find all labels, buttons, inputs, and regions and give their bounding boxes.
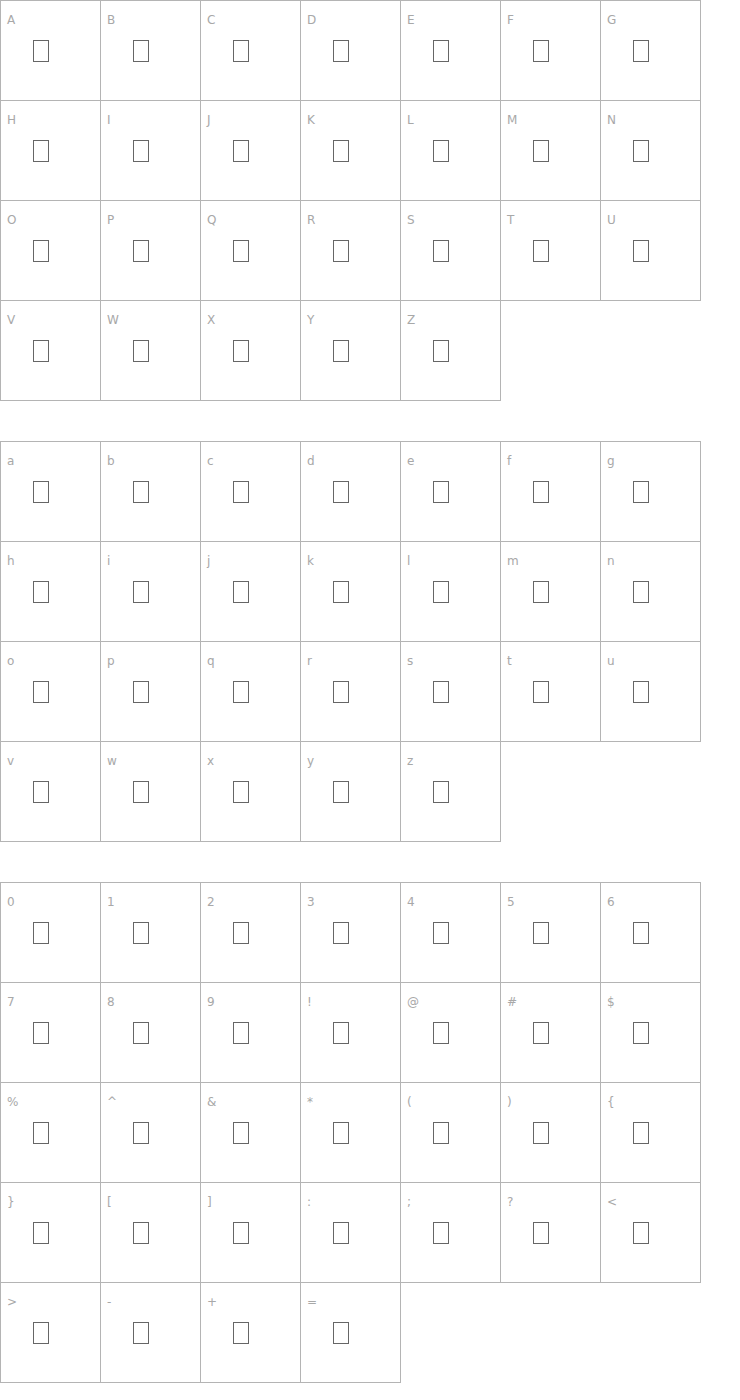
char-label: 8 [107, 995, 115, 1009]
char-label: t [507, 654, 512, 668]
glyph-cell: b [101, 442, 201, 542]
missing-glyph-box [633, 581, 649, 603]
char-label: @ [407, 995, 419, 1009]
glyph-cell: u [601, 642, 701, 742]
char-label: $ [607, 995, 615, 1009]
glyph-row: opqrstu [1, 642, 701, 742]
char-label: * [307, 1095, 313, 1109]
missing-glyph-box [333, 40, 349, 62]
missing-glyph-box [133, 1222, 149, 1244]
char-label: > [7, 1295, 17, 1309]
glyph-cell: e [401, 442, 501, 542]
glyph-row: hijklmn [1, 542, 701, 642]
char-label: q [207, 654, 215, 668]
glyph-cell: X [201, 301, 301, 401]
char-label: l [407, 554, 410, 568]
char-label: Y [307, 313, 314, 327]
glyph-cell: l [401, 542, 501, 642]
char-label: 1 [107, 895, 115, 909]
glyph-cell: j [201, 542, 301, 642]
char-label: ( [407, 1095, 412, 1109]
char-label: X [207, 313, 215, 327]
char-label: ) [507, 1095, 512, 1109]
char-label: + [207, 1295, 217, 1309]
char-label: A [7, 13, 15, 27]
glyph-row: 0123456 [1, 883, 701, 983]
glyph-cell: N [601, 101, 701, 201]
glyph-row: vwxyz [1, 742, 701, 842]
glyph-cell: P [101, 201, 201, 301]
missing-glyph-box [133, 1322, 149, 1344]
glyph-cell: # [501, 983, 601, 1083]
char-label: Z [407, 313, 415, 327]
missing-glyph-box [333, 922, 349, 944]
glyph-cell: - [101, 1283, 201, 1383]
missing-glyph-box [233, 781, 249, 803]
glyph-row: 789!@#$ [1, 983, 701, 1083]
missing-glyph-box [333, 681, 349, 703]
missing-glyph-box [433, 581, 449, 603]
missing-glyph-box [33, 140, 49, 162]
glyph-cell: V [1, 301, 101, 401]
glyph-cell: h [1, 542, 101, 642]
char-label: ? [507, 1195, 513, 1209]
char-label: j [207, 554, 210, 568]
glyph-cell: $ [601, 983, 701, 1083]
glyph-cell: g [601, 442, 701, 542]
char-label: 6 [607, 895, 615, 909]
char-label: d [307, 454, 315, 468]
glyph-cell: G [601, 1, 701, 101]
missing-glyph-box [233, 581, 249, 603]
glyph-cell: B [101, 1, 201, 101]
char-label: C [207, 13, 215, 27]
glyph-cell: D [301, 1, 401, 101]
missing-glyph-box [33, 581, 49, 603]
char-label: U [607, 213, 616, 227]
char-label: L [407, 113, 414, 127]
missing-glyph-box [633, 140, 649, 162]
char-label: f [507, 454, 511, 468]
missing-glyph-box [133, 1022, 149, 1044]
glyph-cell: H [1, 101, 101, 201]
glyph-cell: s [401, 642, 501, 742]
char-label: y [307, 754, 314, 768]
char-label: Q [207, 213, 216, 227]
missing-glyph-box [633, 681, 649, 703]
missing-glyph-box [333, 1122, 349, 1144]
glyph-cell: a [1, 442, 101, 542]
glyph-row: OPQRSTU [1, 201, 701, 301]
missing-glyph-box [333, 1222, 349, 1244]
char-label: b [107, 454, 115, 468]
glyph-cell: 4 [401, 883, 501, 983]
missing-glyph-box [633, 1122, 649, 1144]
glyph-cell: W [101, 301, 201, 401]
char-label: O [7, 213, 16, 227]
missing-glyph-box [633, 1022, 649, 1044]
char-label: x [207, 754, 214, 768]
char-label: i [107, 554, 110, 568]
char-label: M [507, 113, 517, 127]
glyph-cell: ? [501, 1183, 601, 1283]
missing-glyph-box [633, 481, 649, 503]
glyph-cell: % [1, 1083, 101, 1183]
glyph-cell: 9 [201, 983, 301, 1083]
missing-glyph-box [433, 922, 449, 944]
char-label: I [107, 113, 111, 127]
char-label: ] [207, 1195, 212, 1209]
char-label: s [407, 654, 413, 668]
missing-glyph-box [233, 681, 249, 703]
glyph-cell: = [301, 1283, 401, 1383]
glyph-row: HIJKLMN [1, 101, 701, 201]
missing-glyph-box [433, 481, 449, 503]
glyph-cell: 3 [301, 883, 401, 983]
glyph-cell: 0 [1, 883, 101, 983]
glyph-cell: n [601, 542, 701, 642]
glyph-table-uppercase: ABCDEFGHIJKLMNOPQRSTUVWXYZ [0, 0, 701, 401]
glyph-cell: A [1, 1, 101, 101]
char-label: 4 [407, 895, 415, 909]
glyph-cell: C [201, 1, 301, 101]
missing-glyph-box [533, 481, 549, 503]
glyph-cell: * [301, 1083, 401, 1183]
char-label: = [307, 1295, 317, 1309]
missing-glyph-box [33, 922, 49, 944]
char-label: 9 [207, 995, 215, 1009]
missing-glyph-box [33, 681, 49, 703]
glyph-cell: { [601, 1083, 701, 1183]
glyph-cell: r [301, 642, 401, 742]
char-label: S [407, 213, 415, 227]
char-label: T [507, 213, 514, 227]
missing-glyph-box [233, 1022, 249, 1044]
char-label: 0 [7, 895, 15, 909]
char-label: V [7, 313, 15, 327]
char-label: & [207, 1095, 216, 1109]
missing-glyph-box [533, 1222, 549, 1244]
glyph-cell: i [101, 542, 201, 642]
missing-glyph-box [133, 681, 149, 703]
glyph-cell: c [201, 442, 301, 542]
char-label: o [7, 654, 14, 668]
char-label: B [107, 13, 115, 27]
glyph-cell: 2 [201, 883, 301, 983]
glyph-cell: v [1, 742, 101, 842]
missing-glyph-box [433, 681, 449, 703]
missing-glyph-box [133, 240, 149, 262]
char-label: : [307, 1195, 311, 1209]
missing-glyph-box [233, 240, 249, 262]
missing-glyph-box [433, 1122, 449, 1144]
missing-glyph-box [633, 240, 649, 262]
glyph-cell: y [301, 742, 401, 842]
glyph-cell: 8 [101, 983, 201, 1083]
missing-glyph-box [333, 240, 349, 262]
char-label: ! [307, 995, 312, 1009]
missing-glyph-box [333, 1322, 349, 1344]
missing-glyph-box [133, 340, 149, 362]
glyph-cell: E [401, 1, 501, 101]
glyph-row: %^&*(){ [1, 1083, 701, 1183]
missing-glyph-box [133, 481, 149, 503]
char-label: E [407, 13, 415, 27]
char-label: K [307, 113, 315, 127]
glyph-cell: 7 [1, 983, 101, 1083]
missing-glyph-box [533, 140, 549, 162]
glyph-cell: K [301, 101, 401, 201]
missing-glyph-box [33, 481, 49, 503]
missing-glyph-box [133, 781, 149, 803]
glyph-cell: ; [401, 1183, 501, 1283]
missing-glyph-box [233, 922, 249, 944]
glyph-cell: q [201, 642, 301, 742]
glyph-cell: ( [401, 1083, 501, 1183]
missing-glyph-box [433, 40, 449, 62]
char-label: D [307, 13, 316, 27]
glyph-cell: Z [401, 301, 501, 401]
glyph-cell: Q [201, 201, 301, 301]
glyph-cell: : [301, 1183, 401, 1283]
glyph-cell: T [501, 201, 601, 301]
glyph-cell: O [1, 201, 101, 301]
character-map: ABCDEFGHIJKLMNOPQRSTUVWXYZabcdefghijklmn… [0, 0, 701, 1383]
missing-glyph-box [133, 40, 149, 62]
glyph-cell: > [1, 1283, 101, 1383]
glyph-cell: J [201, 101, 301, 201]
glyph-cell: } [1, 1183, 101, 1283]
char-label: c [207, 454, 214, 468]
glyph-cell: m [501, 542, 601, 642]
glyph-table-lowercase: abcdefghijklmnopqrstuvwxyz [0, 441, 701, 842]
glyph-row: VWXYZ [1, 301, 701, 401]
char-label: v [7, 754, 14, 768]
glyph-cell: U [601, 201, 701, 301]
glyph-cell: I [101, 101, 201, 201]
missing-glyph-box [533, 240, 549, 262]
glyph-cell: ^ [101, 1083, 201, 1183]
missing-glyph-box [433, 340, 449, 362]
glyph-cell: Y [301, 301, 401, 401]
glyph-cell: w [101, 742, 201, 842]
char-label: h [7, 554, 15, 568]
char-label: } [7, 1195, 15, 1209]
missing-glyph-box [333, 781, 349, 803]
char-label: e [407, 454, 414, 468]
glyph-cell: 1 [101, 883, 201, 983]
glyph-cell: & [201, 1083, 301, 1183]
glyph-cell: @ [401, 983, 501, 1083]
missing-glyph-box [33, 240, 49, 262]
missing-glyph-box [33, 1322, 49, 1344]
char-label: k [307, 554, 314, 568]
missing-glyph-box [333, 581, 349, 603]
char-label: ^ [107, 1095, 117, 1109]
missing-glyph-box [633, 1222, 649, 1244]
glyph-cell: M [501, 101, 601, 201]
missing-glyph-box [433, 781, 449, 803]
missing-glyph-box [133, 922, 149, 944]
missing-glyph-box [33, 1222, 49, 1244]
glyph-cell: p [101, 642, 201, 742]
glyph-cell: t [501, 642, 601, 742]
glyph-cell: d [301, 442, 401, 542]
char-label: R [307, 213, 315, 227]
missing-glyph-box [33, 1022, 49, 1044]
missing-glyph-box [533, 40, 549, 62]
char-label: m [507, 554, 519, 568]
glyph-cell: + [201, 1283, 301, 1383]
missing-glyph-box [33, 1122, 49, 1144]
missing-glyph-box [333, 481, 349, 503]
missing-glyph-box [233, 1322, 249, 1344]
missing-glyph-box [433, 140, 449, 162]
char-label: n [607, 554, 615, 568]
char-label: N [607, 113, 616, 127]
glyph-cell: S [401, 201, 501, 301]
missing-glyph-box [633, 922, 649, 944]
missing-glyph-box [133, 1122, 149, 1144]
missing-glyph-box [533, 922, 549, 944]
glyph-cell: ) [501, 1083, 601, 1183]
missing-glyph-box [433, 1022, 449, 1044]
glyph-cell: z [401, 742, 501, 842]
char-label: { [607, 1095, 615, 1109]
char-label: - [107, 1295, 111, 1309]
glyph-row: }[]:;?< [1, 1183, 701, 1283]
missing-glyph-box [33, 40, 49, 62]
glyph-cell: [ [101, 1183, 201, 1283]
glyph-row: abcdefg [1, 442, 701, 542]
glyph-cell: ] [201, 1183, 301, 1283]
char-label: u [607, 654, 615, 668]
glyph-cell: o [1, 642, 101, 742]
missing-glyph-box [33, 340, 49, 362]
missing-glyph-box [333, 340, 349, 362]
missing-glyph-box [533, 681, 549, 703]
missing-glyph-box [333, 140, 349, 162]
missing-glyph-box [233, 140, 249, 162]
char-label: F [507, 13, 514, 27]
missing-glyph-box [133, 140, 149, 162]
missing-glyph-box [233, 1222, 249, 1244]
missing-glyph-box [233, 481, 249, 503]
char-label: r [307, 654, 312, 668]
char-label: G [607, 13, 616, 27]
glyph-cell: L [401, 101, 501, 201]
glyph-cell: ! [301, 983, 401, 1083]
missing-glyph-box [433, 1222, 449, 1244]
glyph-cell: 6 [601, 883, 701, 983]
char-label: p [107, 654, 115, 668]
missing-glyph-box [233, 1122, 249, 1144]
missing-glyph-box [333, 1022, 349, 1044]
char-label: ; [407, 1195, 411, 1209]
char-label: P [107, 213, 114, 227]
char-label: g [607, 454, 615, 468]
char-label: w [107, 754, 117, 768]
missing-glyph-box [533, 1122, 549, 1144]
char-label: z [407, 754, 413, 768]
missing-glyph-box [633, 40, 649, 62]
missing-glyph-box [33, 781, 49, 803]
glyph-cell: F [501, 1, 601, 101]
missing-glyph-box [233, 340, 249, 362]
glyph-row: >-+= [1, 1283, 701, 1383]
missing-glyph-box [133, 581, 149, 603]
char-label: < [607, 1195, 617, 1209]
char-label: 2 [207, 895, 215, 909]
char-label: # [507, 995, 517, 1009]
glyph-cell: k [301, 542, 401, 642]
char-label: J [207, 113, 211, 127]
missing-glyph-box [533, 1022, 549, 1044]
glyph-row: ABCDEFG [1, 1, 701, 101]
glyph-table-digits-symbols: 0123456789!@#$%^&*(){}[]:;?<>-+= [0, 882, 701, 1383]
char-label: H [7, 113, 16, 127]
char-label: W [107, 313, 119, 327]
glyph-cell: x [201, 742, 301, 842]
glyph-cell: < [601, 1183, 701, 1283]
char-label: 5 [507, 895, 515, 909]
char-label: % [7, 1095, 18, 1109]
char-label: 3 [307, 895, 315, 909]
missing-glyph-box [433, 240, 449, 262]
missing-glyph-box [233, 40, 249, 62]
missing-glyph-box [533, 581, 549, 603]
glyph-cell: 5 [501, 883, 601, 983]
glyph-cell: R [301, 201, 401, 301]
char-label: 7 [7, 995, 15, 1009]
char-label: [ [107, 1195, 112, 1209]
char-label: a [7, 454, 14, 468]
glyph-cell: f [501, 442, 601, 542]
